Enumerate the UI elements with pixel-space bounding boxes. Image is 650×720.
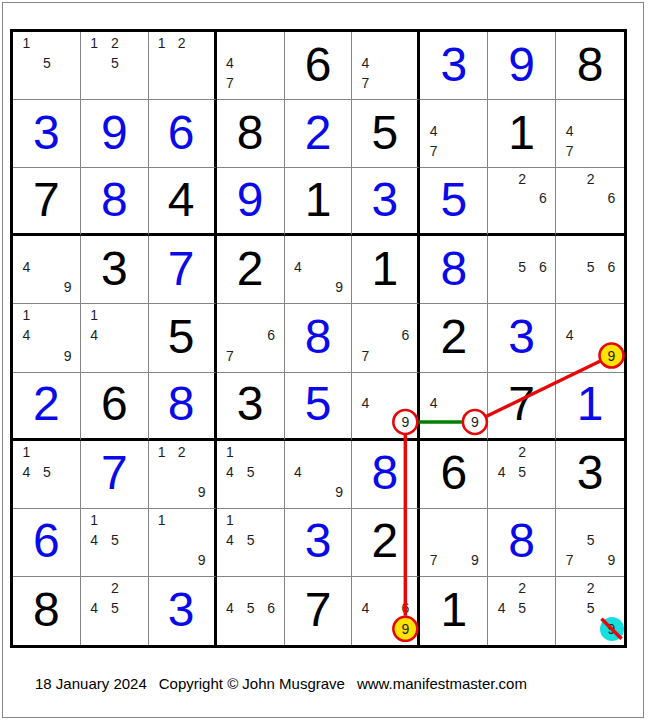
cell-value: 6 bbox=[440, 449, 467, 499]
cell-value: 8 bbox=[577, 41, 604, 91]
candidate-9: 9 bbox=[64, 279, 72, 295]
cell-r7c8[interactable]: 245 bbox=[488, 441, 556, 509]
candidate-4: 4 bbox=[430, 395, 438, 411]
candidate-4: 4 bbox=[90, 532, 98, 548]
cell-r6c5[interactable]: 5 bbox=[285, 373, 353, 441]
candidate-grid: 145 bbox=[220, 510, 282, 570]
cell-r5c2[interactable]: 14 bbox=[81, 304, 149, 372]
cell-value: 7 bbox=[508, 380, 535, 430]
cell-value: 1 bbox=[508, 109, 535, 159]
cell-r8c6[interactable]: 2 bbox=[352, 509, 420, 577]
candidate-grid: 469 bbox=[355, 578, 415, 639]
candidate-5: 5 bbox=[587, 532, 595, 548]
cell-r3c8[interactable]: 26 bbox=[488, 168, 556, 236]
cell-value: 8 bbox=[101, 176, 128, 226]
candidate-2: 2 bbox=[111, 580, 119, 596]
candidate-1: 1 bbox=[158, 444, 166, 460]
candidate-grid: 149 bbox=[16, 305, 78, 365]
cell-r2c8[interactable]: 1 bbox=[488, 100, 556, 168]
cell-value: 2 bbox=[237, 245, 264, 295]
candidate-4: 4 bbox=[22, 464, 30, 480]
candidate-4: 4 bbox=[294, 259, 302, 275]
cell-r3c3[interactable]: 4 bbox=[149, 168, 217, 236]
candidate-7: 7 bbox=[566, 143, 574, 159]
candidate-2: 2 bbox=[518, 580, 526, 596]
cell-r6c2[interactable]: 6 bbox=[81, 373, 149, 441]
cell-value: 6 bbox=[33, 517, 60, 567]
cell-r3c9[interactable]: 26 bbox=[556, 168, 624, 236]
cell-r5c6[interactable]: 67 bbox=[352, 304, 420, 372]
candidate-1: 1 bbox=[226, 444, 234, 460]
cell-r1c1[interactable]: 15 bbox=[13, 32, 81, 100]
cell-r8c8[interactable]: 8 bbox=[488, 509, 556, 577]
cell-r4c3[interactable]: 7 bbox=[149, 236, 217, 304]
candidate-2: 2 bbox=[178, 444, 186, 460]
cell-value: 8 bbox=[33, 586, 60, 636]
cell-value: 5 bbox=[305, 380, 332, 430]
candidate-grid: 47 bbox=[355, 33, 415, 93]
candidate-1: 1 bbox=[90, 512, 98, 528]
cell-value: 8 bbox=[440, 245, 467, 295]
candidate-5: 5 bbox=[111, 600, 119, 616]
cell-value: 3 bbox=[101, 245, 128, 295]
candidate-grid: 145 bbox=[16, 442, 78, 502]
cell-r1c8[interactable]: 9 bbox=[488, 32, 556, 100]
cell-r7c5[interactable]: 49 bbox=[285, 441, 353, 509]
candidate-7: 7 bbox=[566, 552, 574, 568]
cell-r7c2[interactable]: 7 bbox=[81, 441, 149, 509]
candidate-1: 1 bbox=[90, 307, 98, 323]
cell-value: 3 bbox=[372, 176, 399, 226]
candidate-5: 5 bbox=[587, 259, 595, 275]
candidate-grid: 56 bbox=[559, 237, 622, 297]
candidate-grid: 49 bbox=[288, 237, 350, 297]
candidate-grid: 579 bbox=[559, 510, 622, 570]
cell-r8c1[interactable]: 6 bbox=[13, 509, 81, 577]
cell-value: 8 bbox=[168, 380, 195, 430]
candidate-grid: 14 bbox=[84, 305, 146, 365]
cell-r3c5[interactable]: 1 bbox=[285, 168, 353, 236]
cell-r8c7[interactable]: 79 bbox=[420, 509, 488, 577]
candidate-grid: 26 bbox=[491, 169, 553, 227]
candidate-9: 9 bbox=[198, 484, 206, 500]
cell-r9c6[interactable]: 469 bbox=[352, 577, 420, 645]
cell-value: 5 bbox=[372, 109, 399, 159]
candidate-2: 2 bbox=[518, 444, 526, 460]
candidate-6: 6 bbox=[539, 259, 547, 275]
candidate-5: 5 bbox=[247, 464, 255, 480]
candidate-grid: 56 bbox=[491, 237, 553, 297]
candidate-grid: 259 bbox=[559, 578, 622, 639]
candidate-4: 4 bbox=[362, 395, 370, 411]
candidate-grid: 79 bbox=[423, 510, 485, 570]
cell-r9c5[interactable]: 7 bbox=[285, 577, 353, 645]
cell-value: 3 bbox=[440, 41, 467, 91]
footer-copyright: Copyright © John Musgrave bbox=[159, 675, 345, 692]
candidate-grid: 49 bbox=[423, 374, 485, 432]
cell-value: 9 bbox=[508, 41, 535, 91]
candidate-1: 1 bbox=[90, 35, 98, 51]
candidate-9: 9 bbox=[401, 414, 409, 430]
candidate-7: 7 bbox=[362, 348, 370, 364]
cell-r3c4[interactable]: 9 bbox=[217, 168, 285, 236]
candidate-grid: 12 bbox=[152, 33, 212, 93]
candidate-9: 9 bbox=[335, 484, 343, 500]
cell-value: 3 bbox=[237, 380, 264, 430]
cell-r3c6[interactable]: 3 bbox=[352, 168, 420, 236]
candidate-4: 4 bbox=[362, 55, 370, 71]
cell-r6c6[interactable]: 49 bbox=[352, 373, 420, 441]
candidate-6: 6 bbox=[608, 259, 616, 275]
candidate-9: 9 bbox=[471, 414, 479, 430]
candidate-5: 5 bbox=[247, 600, 255, 616]
candidate-1: 1 bbox=[158, 35, 166, 51]
cell-r2c3[interactable]: 6 bbox=[149, 100, 217, 168]
candidate-4: 4 bbox=[226, 532, 234, 548]
cell-value: 3 bbox=[577, 449, 604, 499]
candidate-5: 5 bbox=[111, 55, 119, 71]
candidate-4: 4 bbox=[566, 327, 574, 343]
candidate-grid: 47 bbox=[559, 101, 622, 161]
cell-value: 3 bbox=[168, 586, 195, 636]
cell-r7c3[interactable]: 129 bbox=[149, 441, 217, 509]
puzzle-page: 1512512476473983968254714778491352626493… bbox=[0, 0, 650, 720]
cell-value: 1 bbox=[305, 176, 332, 226]
cell-value: 7 bbox=[168, 245, 195, 295]
candidate-5: 5 bbox=[587, 600, 595, 616]
sudoku-board: 1512512476473983968254714778491352626493… bbox=[10, 29, 627, 648]
candidate-4: 4 bbox=[226, 55, 234, 71]
candidate-grid: 245 bbox=[84, 578, 146, 639]
candidate-6: 6 bbox=[401, 600, 409, 616]
cell-value: 2 bbox=[440, 313, 467, 363]
candidate-5: 5 bbox=[111, 532, 119, 548]
candidate-grid: 129 bbox=[152, 442, 212, 502]
cell-r2c4[interactable]: 8 bbox=[217, 100, 285, 168]
candidate-5: 5 bbox=[43, 55, 51, 71]
cell-r4c1[interactable]: 49 bbox=[13, 236, 81, 304]
cell-value: 4 bbox=[168, 176, 195, 226]
cell-value: 2 bbox=[305, 109, 332, 159]
footer-website: www.manifestmaster.com bbox=[357, 675, 527, 692]
cell-r2c9[interactable]: 47 bbox=[556, 100, 624, 168]
candidate-9: 9 bbox=[608, 621, 616, 637]
candidate-grid: 26 bbox=[559, 169, 622, 227]
candidate-4: 4 bbox=[226, 464, 234, 480]
candidate-4: 4 bbox=[498, 464, 506, 480]
cell-r5c1[interactable]: 149 bbox=[13, 304, 81, 372]
cell-r2c2[interactable]: 9 bbox=[81, 100, 149, 168]
candidate-grid: 49 bbox=[355, 374, 415, 432]
candidate-grid: 67 bbox=[355, 305, 415, 365]
cell-r9c2[interactable]: 245 bbox=[81, 577, 149, 645]
cell-value: 3 bbox=[305, 517, 332, 567]
cell-value: 1 bbox=[577, 380, 604, 430]
cell-r4c7[interactable]: 8 bbox=[420, 236, 488, 304]
cell-r7c7[interactable]: 6 bbox=[420, 441, 488, 509]
cell-value: 5 bbox=[168, 313, 195, 363]
candidate-4: 4 bbox=[22, 327, 30, 343]
candidate-6: 6 bbox=[267, 600, 275, 616]
candidate-4: 4 bbox=[22, 259, 30, 275]
cell-r8c2[interactable]: 145 bbox=[81, 509, 149, 577]
candidate-grid: 49 bbox=[288, 442, 350, 502]
cell-r1c3[interactable]: 12 bbox=[149, 32, 217, 100]
cell-r3c2[interactable]: 8 bbox=[81, 168, 149, 236]
cell-value: 6 bbox=[101, 380, 128, 430]
candidate-4: 4 bbox=[90, 600, 98, 616]
candidate-grid: 125 bbox=[84, 33, 146, 93]
candidate-1: 1 bbox=[22, 307, 30, 323]
candidate-4: 4 bbox=[566, 123, 574, 139]
cell-r4c8[interactable]: 56 bbox=[488, 236, 556, 304]
candidate-1: 1 bbox=[158, 512, 166, 528]
candidate-6: 6 bbox=[608, 190, 616, 206]
candidate-9: 9 bbox=[198, 552, 206, 568]
cell-value: 2 bbox=[372, 517, 399, 567]
candidate-4: 4 bbox=[498, 600, 506, 616]
candidate-6: 6 bbox=[401, 327, 409, 343]
candidate-grid: 456 bbox=[220, 578, 282, 639]
footer: 18 January 2024 Copyright © John Musgrav… bbox=[35, 675, 527, 692]
candidate-5: 5 bbox=[518, 464, 526, 480]
cell-value: 6 bbox=[305, 41, 332, 91]
cell-r9c7[interactable]: 1 bbox=[420, 577, 488, 645]
cell-r7c9[interactable]: 3 bbox=[556, 441, 624, 509]
candidate-grid: 19 bbox=[152, 510, 212, 570]
candidate-grid: 49 bbox=[559, 305, 622, 365]
cell-value: 3 bbox=[33, 109, 60, 159]
cell-r5c7[interactable]: 2 bbox=[420, 304, 488, 372]
cell-r7c4[interactable]: 145 bbox=[217, 441, 285, 509]
cell-r2c5[interactable]: 2 bbox=[285, 100, 353, 168]
candidate-7: 7 bbox=[430, 143, 438, 159]
cell-r1c4[interactable]: 47 bbox=[217, 32, 285, 100]
cell-r1c9[interactable]: 8 bbox=[556, 32, 624, 100]
candidate-9: 9 bbox=[471, 552, 479, 568]
candidate-7: 7 bbox=[226, 75, 234, 91]
cell-value: 1 bbox=[372, 245, 399, 295]
cell-r6c8[interactable]: 7 bbox=[488, 373, 556, 441]
candidate-9: 9 bbox=[608, 348, 616, 364]
cell-value: 3 bbox=[508, 313, 535, 363]
cell-r5c9[interactable]: 49 bbox=[556, 304, 624, 372]
cell-r9c9[interactable]: 259 bbox=[556, 577, 624, 645]
candidate-grid: 49 bbox=[16, 237, 78, 297]
candidate-9: 9 bbox=[335, 279, 343, 295]
candidate-2: 2 bbox=[518, 171, 526, 187]
cell-r1c7[interactable]: 3 bbox=[420, 32, 488, 100]
cell-r9c4[interactable]: 456 bbox=[217, 577, 285, 645]
candidate-4: 4 bbox=[294, 464, 302, 480]
candidate-grid: 145 bbox=[84, 510, 146, 570]
candidate-grid: 15 bbox=[16, 33, 78, 93]
cell-r9c1[interactable]: 8 bbox=[13, 577, 81, 645]
candidate-7: 7 bbox=[362, 75, 370, 91]
candidate-2: 2 bbox=[587, 171, 595, 187]
candidate-grid: 47 bbox=[423, 101, 485, 161]
candidate-5: 5 bbox=[43, 464, 51, 480]
candidate-2: 2 bbox=[587, 580, 595, 596]
cell-value: 7 bbox=[305, 586, 332, 636]
cell-r5c5[interactable]: 8 bbox=[285, 304, 353, 372]
cell-r2c1[interactable]: 3 bbox=[13, 100, 81, 168]
candidate-2: 2 bbox=[111, 35, 119, 51]
candidate-9: 9 bbox=[64, 348, 72, 364]
cell-r6c3[interactable]: 8 bbox=[149, 373, 217, 441]
cell-r2c7[interactable]: 47 bbox=[420, 100, 488, 168]
candidate-1: 1 bbox=[226, 512, 234, 528]
cell-r8c4[interactable]: 145 bbox=[217, 509, 285, 577]
cell-value: 8 bbox=[372, 449, 399, 499]
candidate-4: 4 bbox=[226, 600, 234, 616]
candidate-grid: 47 bbox=[220, 33, 282, 93]
candidate-5: 5 bbox=[247, 532, 255, 548]
cell-r3c7[interactable]: 5 bbox=[420, 168, 488, 236]
cell-r4c2[interactable]: 3 bbox=[81, 236, 149, 304]
cell-r8c3[interactable]: 19 bbox=[149, 509, 217, 577]
cell-r4c4[interactable]: 2 bbox=[217, 236, 285, 304]
cell-r1c2[interactable]: 125 bbox=[81, 32, 149, 100]
candidate-9: 9 bbox=[608, 552, 616, 568]
cell-r4c5[interactable]: 49 bbox=[285, 236, 353, 304]
cell-value: 8 bbox=[305, 313, 332, 363]
footer-date: 18 January 2024 bbox=[35, 675, 147, 692]
cell-r9c8[interactable]: 245 bbox=[488, 577, 556, 645]
cell-r5c8[interactable]: 3 bbox=[488, 304, 556, 372]
candidate-2: 2 bbox=[178, 35, 186, 51]
cell-r9c3[interactable]: 3 bbox=[149, 577, 217, 645]
candidate-4: 4 bbox=[362, 600, 370, 616]
cell-value: 7 bbox=[101, 449, 128, 499]
cell-r4c6[interactable]: 1 bbox=[352, 236, 420, 304]
cell-value: 1 bbox=[440, 586, 467, 636]
candidate-4: 4 bbox=[430, 123, 438, 139]
candidate-grid: 245 bbox=[491, 442, 553, 502]
candidate-5: 5 bbox=[518, 259, 526, 275]
cell-value: 2 bbox=[33, 380, 60, 430]
cell-r7c1[interactable]: 145 bbox=[13, 441, 81, 509]
candidate-grid: 145 bbox=[220, 442, 282, 502]
cell-r5c4[interactable]: 67 bbox=[217, 304, 285, 372]
cell-r6c9[interactable]: 1 bbox=[556, 373, 624, 441]
candidate-6: 6 bbox=[539, 190, 547, 206]
candidate-9: 9 bbox=[401, 621, 409, 637]
candidate-6: 6 bbox=[267, 327, 275, 343]
cell-value: 8 bbox=[237, 109, 264, 159]
cell-r1c6[interactable]: 47 bbox=[352, 32, 420, 100]
candidate-4: 4 bbox=[90, 327, 98, 343]
cell-r1c5[interactable]: 6 bbox=[285, 32, 353, 100]
cell-r4c9[interactable]: 56 bbox=[556, 236, 624, 304]
cell-value: 9 bbox=[101, 109, 128, 159]
cell-r8c9[interactable]: 579 bbox=[556, 509, 624, 577]
cell-value: 9 bbox=[237, 176, 264, 226]
cell-r5c3[interactable]: 5 bbox=[149, 304, 217, 372]
cell-r6c7[interactable]: 49 bbox=[420, 373, 488, 441]
cell-value: 6 bbox=[168, 109, 195, 159]
cell-value: 7 bbox=[33, 176, 60, 226]
cell-value: 8 bbox=[508, 517, 535, 567]
cell-r8c5[interactable]: 3 bbox=[285, 509, 353, 577]
cell-r6c4[interactable]: 3 bbox=[217, 373, 285, 441]
candidate-5: 5 bbox=[518, 600, 526, 616]
candidate-1: 1 bbox=[22, 35, 30, 51]
cell-r6c1[interactable]: 2 bbox=[13, 373, 81, 441]
cell-r2c6[interactable]: 5 bbox=[352, 100, 420, 168]
cell-r7c6[interactable]: 8 bbox=[352, 441, 420, 509]
candidate-grid: 67 bbox=[220, 305, 282, 365]
candidate-7: 7 bbox=[430, 552, 438, 568]
cell-r3c1[interactable]: 7 bbox=[13, 168, 81, 236]
candidate-7: 7 bbox=[226, 348, 234, 364]
candidate-grid: 245 bbox=[491, 578, 553, 639]
cell-value: 5 bbox=[440, 176, 467, 226]
candidate-1: 1 bbox=[22, 444, 30, 460]
